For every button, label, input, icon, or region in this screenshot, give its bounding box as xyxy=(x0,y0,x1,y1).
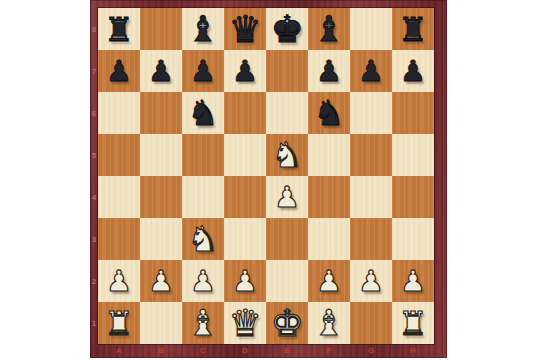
page-background: { "game": "chess", "position": { "fen": … xyxy=(0,0,540,360)
square-d3[interactable] xyxy=(224,218,266,260)
square-b1[interactable] xyxy=(140,302,182,344)
black-pawn-d7[interactable]: ♟ xyxy=(232,57,258,86)
file-label-a: A xyxy=(98,344,140,358)
square-c2[interactable]: ♟ xyxy=(182,260,224,302)
black-bishop-c8[interactable]: ♝ xyxy=(187,12,218,47)
square-c1[interactable]: ♝ xyxy=(182,302,224,344)
chess-board[interactable]: ♜♝♛♚♝♜♟♟♟♟♟♟♟♞♞♞♟♞♟♟♟♟♟♟♟♜♝♛♚♝♜ xyxy=(98,8,434,344)
black-pawn-c7[interactable]: ♟ xyxy=(190,57,216,86)
square-c3[interactable]: ♞ xyxy=(182,218,224,260)
square-c4[interactable] xyxy=(182,176,224,218)
black-pawn-a7[interactable]: ♟ xyxy=(106,57,132,86)
square-e4[interactable]: ♟ xyxy=(266,176,308,218)
black-rook-a8[interactable]: ♜ xyxy=(104,13,134,46)
white-pawn-f2[interactable]: ♟ xyxy=(316,267,342,296)
black-rook-h8[interactable]: ♜ xyxy=(398,13,428,46)
black-pawn-h7[interactable]: ♟ xyxy=(400,57,426,86)
square-e7[interactable] xyxy=(266,50,308,92)
square-c5[interactable] xyxy=(182,134,224,176)
square-b4[interactable] xyxy=(140,176,182,218)
file-label-h: H xyxy=(392,344,434,358)
file-labels: ABCDEFGH xyxy=(98,344,434,358)
square-a5[interactable] xyxy=(98,134,140,176)
square-g6[interactable] xyxy=(350,92,392,134)
black-pawn-f7[interactable]: ♟ xyxy=(316,57,342,86)
square-d4[interactable] xyxy=(224,176,266,218)
square-f2[interactable]: ♟ xyxy=(308,260,350,302)
white-rook-h1[interactable]: ♜ xyxy=(398,307,428,340)
rank-label-5: 5 xyxy=(90,134,98,176)
square-e6[interactable] xyxy=(266,92,308,134)
square-a6[interactable] xyxy=(98,92,140,134)
square-e5[interactable]: ♞ xyxy=(266,134,308,176)
file-label-d: D xyxy=(224,344,266,358)
square-h1[interactable]: ♜ xyxy=(392,302,434,344)
rank-label-4: 4 xyxy=(90,176,98,218)
white-pawn-e4[interactable]: ♟ xyxy=(274,183,300,212)
square-b2[interactable]: ♟ xyxy=(140,260,182,302)
board-frame: 87654321 ♜♝♛♚♝♜♟♟♟♟♟♟♟♞♞♞♟♞♟♟♟♟♟♟♟♜♝♛♚♝♜… xyxy=(90,0,447,358)
square-f4[interactable] xyxy=(308,176,350,218)
square-f5[interactable] xyxy=(308,134,350,176)
square-g5[interactable] xyxy=(350,134,392,176)
black-knight-c6[interactable]: ♞ xyxy=(187,96,218,131)
square-b7[interactable]: ♟ xyxy=(140,50,182,92)
square-e2[interactable] xyxy=(266,260,308,302)
black-pawn-b7[interactable]: ♟ xyxy=(148,57,174,86)
square-d7[interactable]: ♟ xyxy=(224,50,266,92)
square-e8[interactable]: ♚ xyxy=(266,8,308,50)
black-queen-d8[interactable]: ♛ xyxy=(228,11,261,48)
rank-label-8: 8 xyxy=(90,8,98,50)
white-queen-d1[interactable]: ♛ xyxy=(228,305,261,342)
rank-label-6: 6 xyxy=(90,92,98,134)
square-d6[interactable] xyxy=(224,92,266,134)
square-f1[interactable]: ♝ xyxy=(308,302,350,344)
file-label-b: B xyxy=(140,344,182,358)
white-bishop-c1[interactable]: ♝ xyxy=(187,306,218,341)
square-d8[interactable]: ♛ xyxy=(224,8,266,50)
square-a7[interactable]: ♟ xyxy=(98,50,140,92)
square-a4[interactable] xyxy=(98,176,140,218)
white-pawn-g2[interactable]: ♟ xyxy=(358,267,384,296)
square-f8[interactable]: ♝ xyxy=(308,8,350,50)
square-g7[interactable]: ♟ xyxy=(350,50,392,92)
square-c7[interactable]: ♟ xyxy=(182,50,224,92)
square-f7[interactable]: ♟ xyxy=(308,50,350,92)
square-f6[interactable]: ♞ xyxy=(308,92,350,134)
square-g4[interactable] xyxy=(350,176,392,218)
rank-label-3: 3 xyxy=(90,218,98,260)
square-b6[interactable] xyxy=(140,92,182,134)
black-pawn-g7[interactable]: ♟ xyxy=(358,57,384,86)
black-knight-f6[interactable]: ♞ xyxy=(313,96,344,131)
square-a2[interactable]: ♟ xyxy=(98,260,140,302)
file-label-f: F xyxy=(308,344,350,358)
square-h2[interactable]: ♟ xyxy=(392,260,434,302)
square-g8[interactable] xyxy=(350,8,392,50)
black-king-e8[interactable]: ♚ xyxy=(270,11,303,48)
square-b5[interactable] xyxy=(140,134,182,176)
square-g3[interactable] xyxy=(350,218,392,260)
square-h3[interactable] xyxy=(392,218,434,260)
square-a8[interactable]: ♜ xyxy=(98,8,140,50)
square-d1[interactable]: ♛ xyxy=(224,302,266,344)
file-label-g: G xyxy=(350,344,392,358)
rank-labels: 87654321 xyxy=(90,8,98,344)
square-h6[interactable] xyxy=(392,92,434,134)
file-label-e: E xyxy=(266,344,308,358)
rank-label-2: 2 xyxy=(90,260,98,302)
square-a3[interactable] xyxy=(98,218,140,260)
white-knight-e5[interactable]: ♞ xyxy=(271,138,302,173)
square-d2[interactable]: ♟ xyxy=(224,260,266,302)
white-pawn-h2[interactable]: ♟ xyxy=(400,267,426,296)
white-pawn-a2[interactable]: ♟ xyxy=(106,267,132,296)
rank-label-7: 7 xyxy=(90,50,98,92)
square-f3[interactable] xyxy=(308,218,350,260)
black-bishop-f8[interactable]: ♝ xyxy=(313,12,344,47)
square-c8[interactable]: ♝ xyxy=(182,8,224,50)
square-a1[interactable]: ♜ xyxy=(98,302,140,344)
white-king-e1[interactable]: ♚ xyxy=(270,305,303,342)
square-g2[interactable]: ♟ xyxy=(350,260,392,302)
white-pawn-d2[interactable]: ♟ xyxy=(232,267,258,296)
square-e3[interactable] xyxy=(266,218,308,260)
white-rook-a1[interactable]: ♜ xyxy=(104,307,134,340)
square-h4[interactable] xyxy=(392,176,434,218)
rank-label-1: 1 xyxy=(90,302,98,344)
square-h5[interactable] xyxy=(392,134,434,176)
white-pawn-c2[interactable]: ♟ xyxy=(190,267,216,296)
square-g1[interactable] xyxy=(350,302,392,344)
square-c6[interactable]: ♞ xyxy=(182,92,224,134)
white-bishop-f1[interactable]: ♝ xyxy=(313,306,344,341)
square-b3[interactable] xyxy=(140,218,182,260)
square-h7[interactable]: ♟ xyxy=(392,50,434,92)
white-pawn-b2[interactable]: ♟ xyxy=(148,267,174,296)
square-d5[interactable] xyxy=(224,134,266,176)
square-b8[interactable] xyxy=(140,8,182,50)
square-h8[interactable]: ♜ xyxy=(392,8,434,50)
white-knight-c3[interactable]: ♞ xyxy=(187,222,218,257)
file-label-c: C xyxy=(182,344,224,358)
square-e1[interactable]: ♚ xyxy=(266,302,308,344)
